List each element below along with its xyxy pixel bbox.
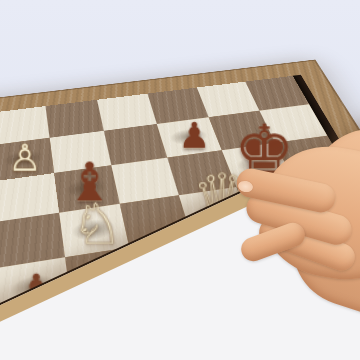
piece-white-pawn[interactable]: ♙ [8, 141, 41, 175]
piece-white-knight[interactable]: ♘ [72, 198, 123, 250]
square-c6[interactable] [0, 173, 59, 222]
piece-black-pawn[interactable]: ♟ [178, 120, 210, 153]
chess-photo-scene: ♙♟♝♚♘♕♟♞♝♟♙ [0, 0, 360, 360]
square-e8[interactable] [97, 94, 157, 131]
